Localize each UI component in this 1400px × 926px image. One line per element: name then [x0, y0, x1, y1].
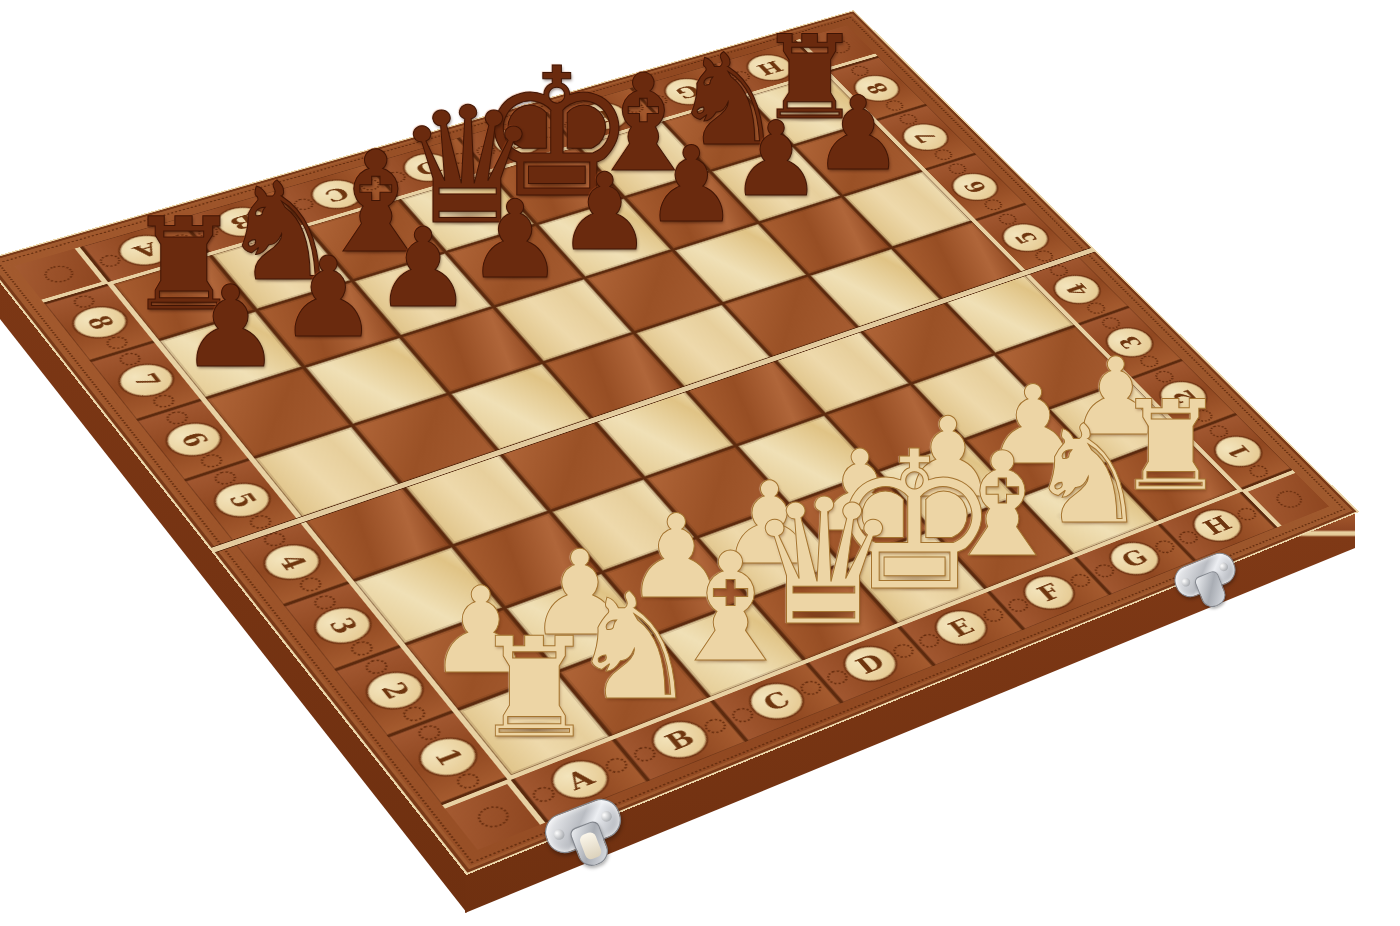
coordinate-circle: 4 — [1046, 271, 1107, 308]
coordinate-circle: 5 — [207, 478, 277, 522]
coordinate-circle: 7 — [896, 120, 956, 154]
coordinate-label: 6 — [958, 178, 992, 196]
coordinate-label: 6 — [173, 429, 214, 451]
black-pawn-a7[interactable]: ♟ — [180, 271, 281, 384]
black-pawn-d7[interactable]: ♟ — [467, 186, 564, 294]
coordinate-label: 5 — [1008, 229, 1043, 247]
coordinate-label: A — [561, 765, 600, 795]
coordinate-label: 8 — [80, 312, 120, 332]
photo-stage: ABCDEFGH8877665544332211ABCDEFGH ♜♞♝♛♚♝♞… — [0, 0, 1400, 926]
black-pawn-b7[interactable]: ♟ — [278, 242, 378, 353]
coordinate-label: 3 — [322, 614, 364, 638]
coordinate-label: 7 — [908, 129, 942, 146]
coordinate-label: 5 — [222, 489, 263, 511]
coordinate-circle: 6 — [945, 169, 1005, 204]
coordinate-circle: 3 — [307, 602, 379, 649]
coordinate-label: 1 — [427, 744, 470, 769]
coordinate-circle: 6 — [159, 418, 229, 461]
coordinate-circle: 8 — [66, 302, 134, 343]
coordinate-label: 2 — [374, 678, 416, 703]
coordinate-label: 4 — [271, 550, 313, 573]
coordinate-circle: 5 — [995, 220, 1056, 256]
coordinate-label: 4 — [1060, 280, 1095, 299]
black-pawn-g7[interactable]: ♟ — [730, 108, 823, 211]
black-pawn-e7[interactable]: ♟ — [557, 159, 652, 265]
coordinate-label: 7 — [126, 370, 167, 391]
white-rook-a1[interactable]: ♜ — [472, 620, 596, 758]
coordinate-circle: 2 — [359, 666, 432, 715]
coordinate-circle: 4 — [256, 539, 327, 585]
black-pawn-c7[interactable]: ♟ — [374, 214, 472, 324]
coordinate-circle: 7 — [112, 359, 181, 401]
black-pawn-h7[interactable]: ♟ — [812, 83, 903, 185]
black-pawn-f7[interactable]: ♟ — [645, 133, 739, 238]
